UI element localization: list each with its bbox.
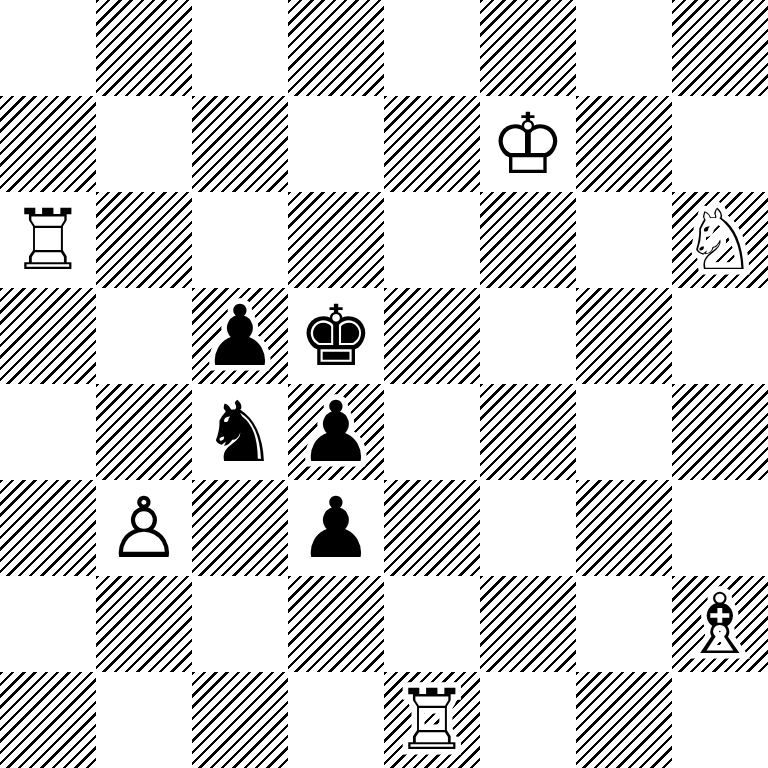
square-a3[interactable] [0, 480, 96, 576]
square-h3[interactable] [672, 480, 768, 576]
square-h2[interactable]: ♗♗ [672, 576, 768, 672]
square-a4[interactable] [0, 384, 96, 480]
square-f7[interactable]: ♔♔ [480, 96, 576, 192]
square-a6[interactable]: ♖♖ [0, 192, 96, 288]
square-g7[interactable] [576, 96, 672, 192]
black-pawn-glyph: ♟ [288, 384, 384, 480]
square-c5[interactable]: ♟♟ [192, 288, 288, 384]
square-h5[interactable] [672, 288, 768, 384]
square-h7[interactable] [672, 96, 768, 192]
square-c6[interactable] [192, 192, 288, 288]
square-f6[interactable] [480, 192, 576, 288]
piece-white-bishop: ♗♗ [672, 576, 768, 672]
piece-black-pawn: ♟♟ [288, 480, 384, 576]
square-d3[interactable]: ♟♟ [288, 480, 384, 576]
square-g4[interactable] [576, 384, 672, 480]
piece-white-king: ♔♔ [480, 96, 576, 192]
piece-black-pawn: ♟♟ [288, 384, 384, 480]
square-b2[interactable] [96, 576, 192, 672]
square-g1[interactable] [576, 672, 672, 768]
square-h4[interactable] [672, 384, 768, 480]
piece-white-rook: ♖♖ [384, 672, 480, 768]
square-f4[interactable] [480, 384, 576, 480]
square-a2[interactable] [0, 576, 96, 672]
square-e7[interactable] [384, 96, 480, 192]
square-a7[interactable] [0, 96, 96, 192]
square-a8[interactable] [0, 0, 96, 96]
square-f5[interactable] [480, 288, 576, 384]
square-c1[interactable] [192, 672, 288, 768]
square-f1[interactable] [480, 672, 576, 768]
square-e8[interactable] [384, 0, 480, 96]
white-king-glyph: ♔ [480, 96, 576, 192]
white-rook-glyph: ♖ [384, 672, 480, 768]
white-pawn-glyph: ♙ [96, 480, 192, 576]
square-a1[interactable] [0, 672, 96, 768]
square-f8[interactable] [480, 0, 576, 96]
square-b4[interactable] [96, 384, 192, 480]
piece-black-king: ♚♚ [288, 288, 384, 384]
square-h6[interactable]: ♘♘ [672, 192, 768, 288]
square-c7[interactable] [192, 96, 288, 192]
piece-white-knight: ♘♘ [672, 192, 768, 288]
square-c4[interactable]: ♞♞ [192, 384, 288, 480]
square-h1[interactable] [672, 672, 768, 768]
square-d5[interactable]: ♚♚ [288, 288, 384, 384]
black-king-glyph: ♚ [288, 288, 384, 384]
square-d4[interactable]: ♟♟ [288, 384, 384, 480]
black-knight-glyph: ♞ [192, 384, 288, 480]
piece-black-pawn: ♟♟ [192, 288, 288, 384]
square-d7[interactable] [288, 96, 384, 192]
square-e5[interactable] [384, 288, 480, 384]
square-b1[interactable] [96, 672, 192, 768]
square-d1[interactable] [288, 672, 384, 768]
square-b5[interactable] [96, 288, 192, 384]
piece-black-knight: ♞♞ [192, 384, 288, 480]
white-bishop-glyph: ♗ [672, 576, 768, 672]
square-e1[interactable]: ♖♖ [384, 672, 480, 768]
square-b6[interactable] [96, 192, 192, 288]
square-d6[interactable] [288, 192, 384, 288]
square-g3[interactable] [576, 480, 672, 576]
square-c2[interactable] [192, 576, 288, 672]
square-a5[interactable] [0, 288, 96, 384]
square-g5[interactable] [576, 288, 672, 384]
piece-white-rook: ♖♖ [0, 192, 96, 288]
square-e6[interactable] [384, 192, 480, 288]
square-c8[interactable] [192, 0, 288, 96]
black-pawn-glyph: ♟ [192, 288, 288, 384]
square-d2[interactable] [288, 576, 384, 672]
square-g6[interactable] [576, 192, 672, 288]
black-pawn-glyph: ♟ [288, 480, 384, 576]
square-e2[interactable] [384, 576, 480, 672]
square-b8[interactable] [96, 0, 192, 96]
chess-board: ♔♔♖♖♘♘♟♟♚♚♞♞♟♟♙♙♟♟♗♗♖♖ [0, 0, 768, 768]
square-c3[interactable] [192, 480, 288, 576]
square-h8[interactable] [672, 0, 768, 96]
white-rook-glyph: ♖ [0, 192, 96, 288]
square-g8[interactable] [576, 0, 672, 96]
square-g2[interactable] [576, 576, 672, 672]
square-f3[interactable] [480, 480, 576, 576]
square-b7[interactable] [96, 96, 192, 192]
square-b3[interactable]: ♙♙ [96, 480, 192, 576]
square-f2[interactable] [480, 576, 576, 672]
piece-white-pawn: ♙♙ [96, 480, 192, 576]
square-e3[interactable] [384, 480, 480, 576]
square-e4[interactable] [384, 384, 480, 480]
square-d8[interactable] [288, 0, 384, 96]
white-knight-glyph: ♘ [672, 192, 768, 288]
